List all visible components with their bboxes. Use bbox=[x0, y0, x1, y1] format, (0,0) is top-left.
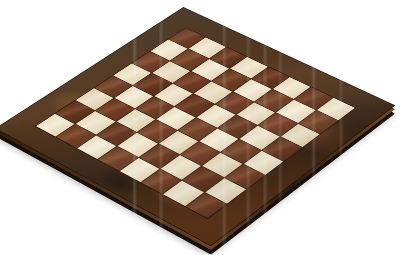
board-grid bbox=[35, 27, 357, 219]
photo-canvas bbox=[0, 0, 400, 255]
board-frame bbox=[0, 7, 395, 246]
chess-board bbox=[0, 7, 395, 246]
